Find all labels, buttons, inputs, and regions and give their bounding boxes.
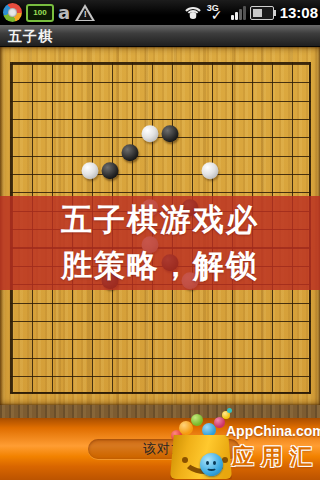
black-stone xyxy=(102,162,119,179)
appchina-watermark: AppChina.com 应用汇 xyxy=(166,406,320,480)
wifi-icon xyxy=(183,5,203,20)
clock-text: 13:08 xyxy=(278,4,318,21)
black-stone xyxy=(162,126,179,143)
watermark-site-text: AppChina.com xyxy=(226,423,320,439)
blue-smiley-icon xyxy=(200,453,223,476)
app-title: 五子棋 xyxy=(0,25,320,46)
black-stone xyxy=(122,144,139,161)
color-wheel-notification-icon xyxy=(3,3,22,22)
white-stone xyxy=(82,162,99,179)
logo-ball-green-icon xyxy=(191,414,203,426)
watermark-brand-text: 应用汇 xyxy=(232,442,319,472)
white-stone xyxy=(142,126,159,143)
warning-triangle-icon: ! xyxy=(74,4,96,22)
signal-strength-icon xyxy=(231,6,246,20)
app-a-notification-icon: a xyxy=(58,3,70,23)
ad-banner-line1: 五子棋游戏必 xyxy=(61,197,259,243)
3g-network-icon: 3G ✓ xyxy=(207,3,227,23)
status-bar: 100 a ! 3G ✓ 13:08 xyxy=(0,0,320,25)
ad-banner-line2: 胜策略，解锁 xyxy=(61,243,259,289)
white-stone xyxy=(202,162,219,179)
phone-screen: 100 a ! 3G ✓ 13:08 五子棋 xyxy=(0,0,320,480)
board-area: 五子棋游戏必 胜策略，解锁 xyxy=(0,47,320,418)
logo-ball-teal-icon xyxy=(227,408,232,413)
shopping-bag-icon xyxy=(170,435,232,479)
title-bar: 五子棋 xyxy=(0,25,320,47)
battery-100-icon: 100 xyxy=(26,4,54,22)
battery-status-icon xyxy=(250,6,274,20)
status-bar-right: 3G ✓ 13:08 xyxy=(183,0,318,25)
status-bar-left: 100 a ! xyxy=(0,3,96,23)
ad-banner-overlay[interactable]: 五子棋游戏必 胜策略，解锁 xyxy=(0,196,320,290)
